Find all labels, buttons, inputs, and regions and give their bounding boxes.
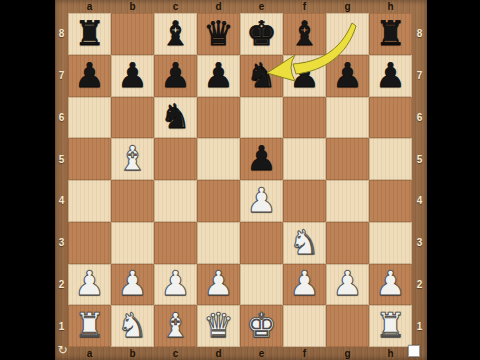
square-e2[interactable] [240,264,283,306]
square-e5[interactable]: ♟ [240,138,283,180]
square-f7[interactable]: ♟ [283,55,326,97]
square-g2[interactable]: ♟ [326,264,369,306]
square-g3[interactable] [326,222,369,264]
board: ♜♝♛♚♝♜♟♟♟♟♞♟♟♟♞♝♟♟♞♟♟♟♟♟♟♟♜♞♝♛♚♜ [68,13,412,347]
square-f6[interactable] [283,97,326,139]
letterbox-left [0,0,55,360]
square-d3[interactable] [197,222,240,264]
rank-label-right-2: 2 [412,264,427,306]
rank-label-left-4: 4 [55,180,68,222]
rank-label-right-6: 6 [412,97,427,139]
piece-white-rook: ♜ [68,304,111,346]
square-c2[interactable]: ♟ [154,264,197,306]
piece-white-pawn: ♟ [197,263,240,305]
square-h8[interactable]: ♜ [369,13,412,55]
piece-black-king: ♚ [240,12,283,54]
square-c6[interactable]: ♞ [154,97,197,139]
square-c1[interactable]: ♝ [154,305,197,347]
white-to-move-indicator [408,345,420,357]
piece-white-rook: ♜ [369,304,412,346]
rank-label-right-3: 3 [412,222,427,264]
rank-labels-right: 87654321 [412,13,427,347]
square-h4[interactable] [369,180,412,222]
piece-black-pawn: ♟ [369,54,412,96]
piece-white-pawn: ♟ [68,263,111,305]
piece-black-rook: ♜ [369,12,412,54]
rank-label-left-6: 6 [55,97,68,139]
file-label-bottom-e: e [240,347,283,360]
square-e4[interactable]: ♟ [240,180,283,222]
square-a2[interactable]: ♟ [68,264,111,306]
square-g5[interactable] [326,138,369,180]
square-d7[interactable]: ♟ [197,55,240,97]
square-e6[interactable] [240,97,283,139]
square-e8[interactable]: ♚ [240,13,283,55]
piece-white-pawn: ♟ [283,263,326,305]
square-f4[interactable] [283,180,326,222]
square-d1[interactable]: ♛ [197,305,240,347]
rank-label-left-1: 1 [55,305,68,347]
square-a8[interactable]: ♜ [68,13,111,55]
piece-white-knight: ♞ [283,221,326,263]
piece-black-bishop: ♝ [283,12,326,54]
square-f2[interactable]: ♟ [283,264,326,306]
file-label-bottom-b: b [111,347,154,360]
square-g7[interactable]: ♟ [326,55,369,97]
square-a5[interactable] [68,138,111,180]
square-h7[interactable]: ♟ [369,55,412,97]
piece-black-knight: ♞ [240,54,283,96]
piece-white-pawn: ♟ [154,263,197,305]
file-label-bottom-f: f [283,347,326,360]
rank-label-right-1: 1 [412,305,427,347]
square-d5[interactable] [197,138,240,180]
piece-black-pawn: ♟ [240,137,283,179]
file-label-bottom-h: h [369,347,412,360]
square-h6[interactable] [369,97,412,139]
piece-black-knight: ♞ [154,96,197,138]
letterbox-right [427,0,480,360]
piece-white-pawn: ♟ [111,263,154,305]
file-label-bottom-d: d [197,347,240,360]
file-label-top-g: g [326,0,369,13]
piece-white-king: ♚ [240,304,283,346]
piece-white-bishop: ♝ [111,137,154,179]
square-e7[interactable]: ♞ [240,55,283,97]
rank-label-left-2: 2 [55,264,68,306]
flip-board-icon[interactable]: ↻ [56,343,69,357]
square-c7[interactable]: ♟ [154,55,197,97]
file-label-bottom-a: a [68,347,111,360]
square-g4[interactable] [326,180,369,222]
square-f3[interactable]: ♞ [283,222,326,264]
square-b2[interactable]: ♟ [111,264,154,306]
square-e1[interactable]: ♚ [240,305,283,347]
piece-black-pawn: ♟ [326,54,369,96]
file-label-bottom-g: g [326,347,369,360]
piece-black-pawn: ♟ [154,54,197,96]
square-b4[interactable] [111,180,154,222]
square-c8[interactable]: ♝ [154,13,197,55]
piece-black-pawn: ♟ [68,54,111,96]
piece-black-pawn: ♟ [197,54,240,96]
rank-label-left-5: 5 [55,138,68,180]
square-c5[interactable] [154,138,197,180]
rank-label-left-3: 3 [55,222,68,264]
square-h3[interactable] [369,222,412,264]
square-d6[interactable] [197,97,240,139]
chess-board-frame: abcdefgh abcdefgh 87654321 87654321 ♜♝♛♚… [55,0,427,360]
square-b6[interactable] [111,97,154,139]
file-label-bottom-c: c [154,347,197,360]
square-c3[interactable] [154,222,197,264]
square-e3[interactable] [240,222,283,264]
square-a7[interactable]: ♟ [68,55,111,97]
square-a6[interactable] [68,97,111,139]
square-f8[interactable]: ♝ [283,13,326,55]
piece-white-pawn: ♟ [326,263,369,305]
rank-label-right-7: 7 [412,55,427,97]
square-d2[interactable]: ♟ [197,264,240,306]
square-h5[interactable] [369,138,412,180]
square-b5[interactable]: ♝ [111,138,154,180]
square-g8[interactable] [326,13,369,55]
square-g6[interactable] [326,97,369,139]
piece-black-rook: ♜ [68,12,111,54]
piece-black-queen: ♛ [197,12,240,54]
square-a3[interactable] [68,222,111,264]
file-label-top-b: b [111,0,154,13]
video-frame: abcdefgh abcdefgh 87654321 87654321 ♜♝♛♚… [0,0,480,360]
square-a1[interactable]: ♜ [68,305,111,347]
square-f5[interactable] [283,138,326,180]
square-g1[interactable] [326,305,369,347]
square-d4[interactable] [197,180,240,222]
rank-label-left-8: 8 [55,13,68,55]
rank-label-right-8: 8 [412,13,427,55]
square-b7[interactable]: ♟ [111,55,154,97]
piece-black-pawn: ♟ [283,54,326,96]
square-c4[interactable] [154,180,197,222]
file-labels-bottom: abcdefgh [68,347,412,360]
square-b3[interactable] [111,222,154,264]
rank-label-right-5: 5 [412,138,427,180]
piece-black-pawn: ♟ [111,54,154,96]
piece-white-bishop: ♝ [154,304,197,346]
piece-white-pawn: ♟ [369,263,412,305]
piece-white-knight: ♞ [111,304,154,346]
piece-black-bishop: ♝ [154,12,197,54]
square-h1[interactable]: ♜ [369,305,412,347]
rank-label-left-7: 7 [55,55,68,97]
square-a4[interactable] [68,180,111,222]
square-d8[interactable]: ♛ [197,13,240,55]
rank-label-right-4: 4 [412,180,427,222]
square-f1[interactable] [283,305,326,347]
square-b8[interactable] [111,13,154,55]
rank-labels-left: 87654321 [55,13,68,347]
square-h2[interactable]: ♟ [369,264,412,306]
piece-white-queen: ♛ [197,304,240,346]
piece-white-pawn: ♟ [240,179,283,221]
square-b1[interactable]: ♞ [111,305,154,347]
